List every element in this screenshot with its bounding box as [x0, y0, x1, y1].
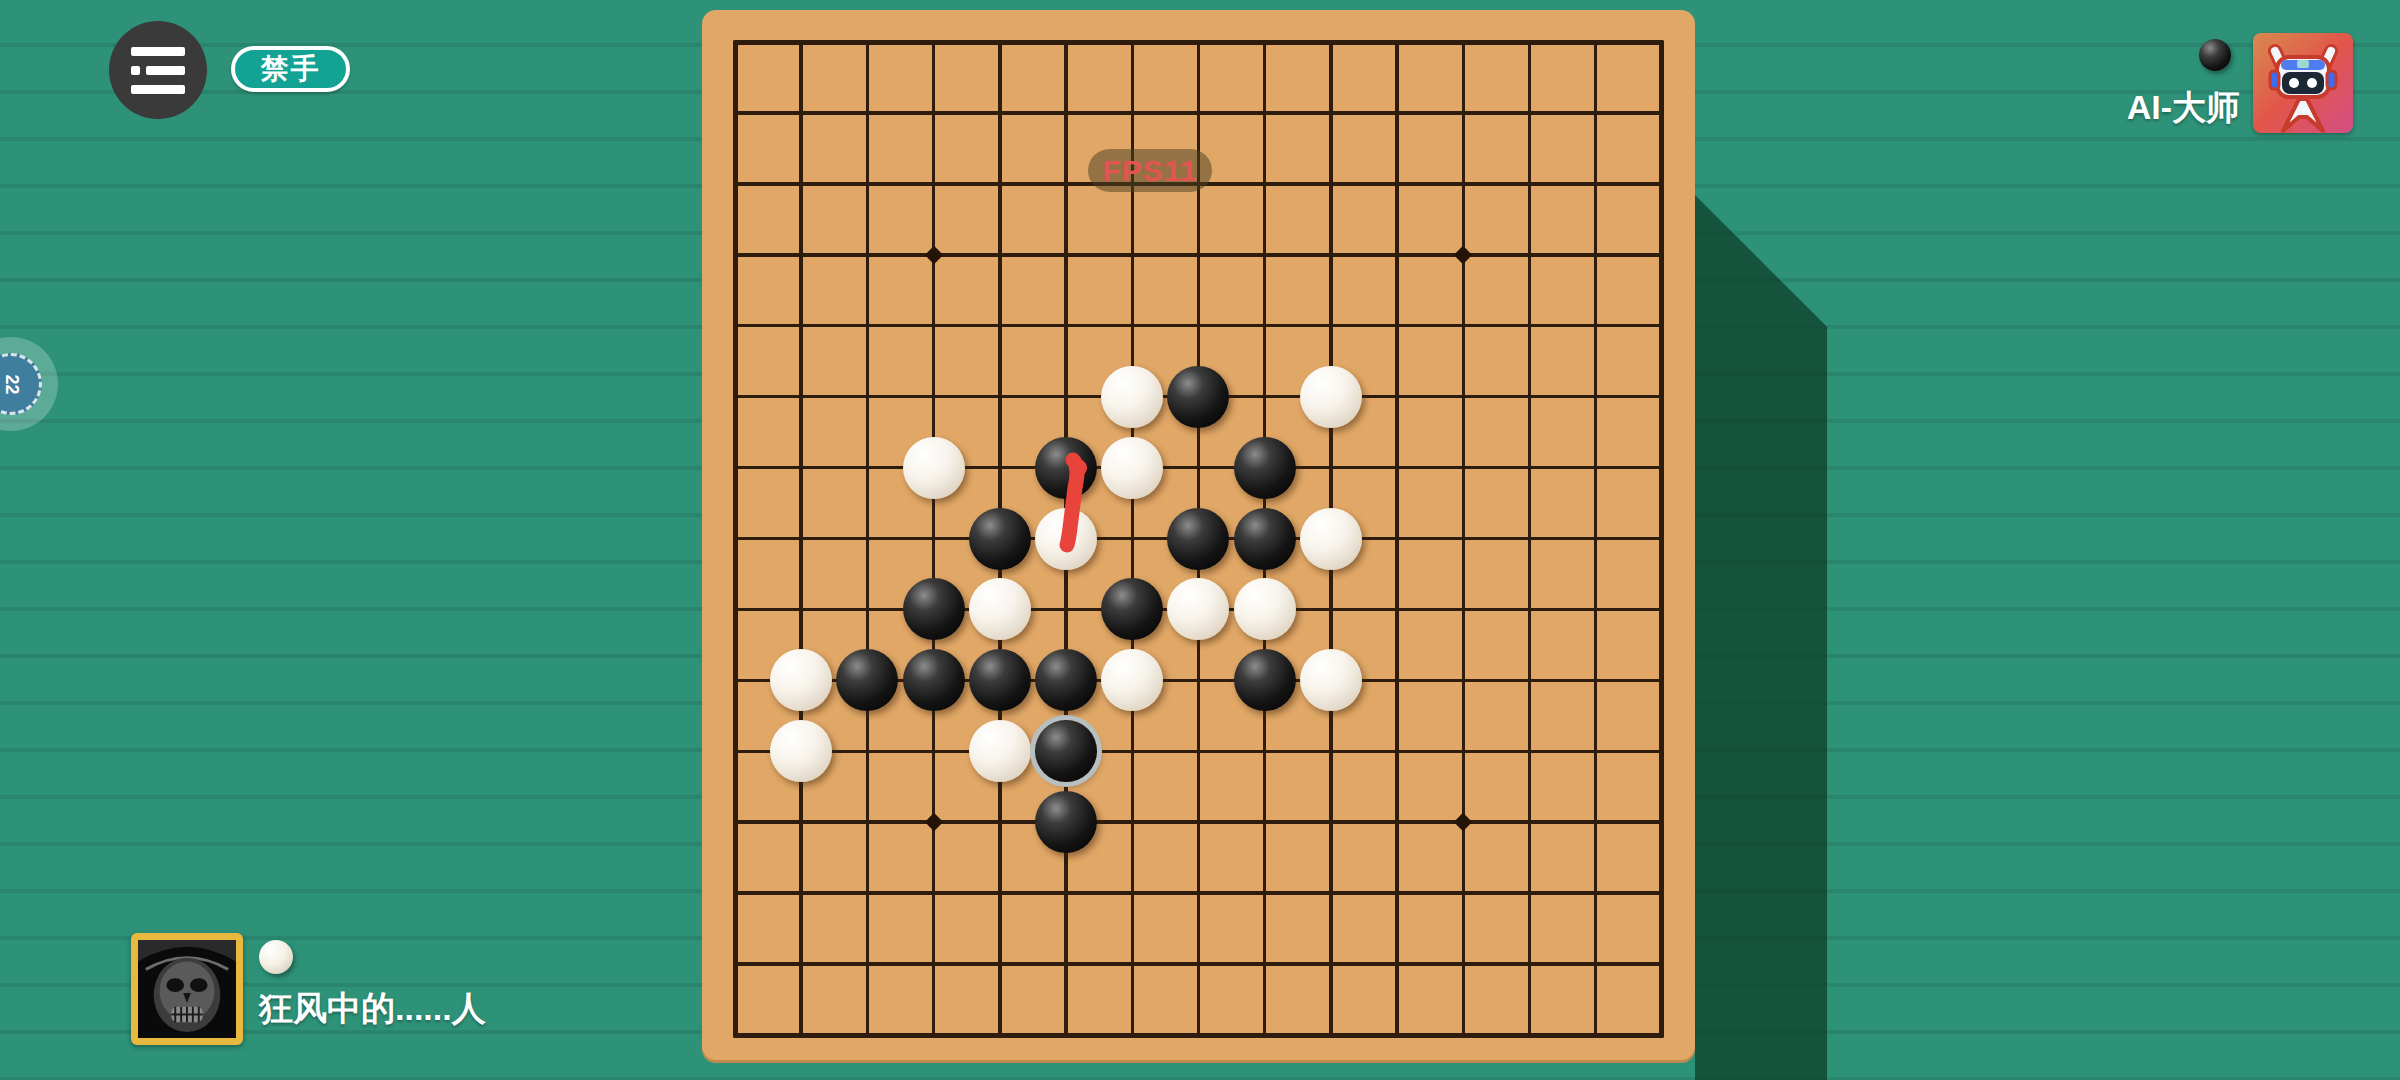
star-point — [924, 813, 942, 831]
grid-line-vertical — [1462, 40, 1466, 1038]
stone-white — [1300, 366, 1362, 428]
player-info: 狂风中的......人 — [131, 933, 486, 1045]
side-drawer-label: 22 — [1, 374, 22, 394]
robot-avatar[interactable] — [2253, 33, 2353, 133]
star-point — [924, 246, 942, 264]
grid-line-vertical — [1528, 40, 1532, 1038]
stone-black — [1035, 720, 1097, 782]
grid-line-horizontal — [733, 1033, 1665, 1038]
stone-white — [1300, 649, 1362, 711]
stone-black — [1101, 578, 1163, 640]
opponent-name: AI-大师 — [2127, 85, 2240, 131]
stone-white — [1101, 437, 1163, 499]
side-drawer-button[interactable]: 22 — [0, 337, 58, 431]
skull-avatar[interactable] — [131, 933, 243, 1045]
stone-black — [1167, 366, 1229, 428]
stone-white — [1167, 578, 1229, 640]
grid-line-vertical — [1594, 40, 1598, 1038]
stone-white — [1101, 649, 1163, 711]
star-point — [1454, 813, 1472, 831]
stone-white — [903, 437, 965, 499]
stone-white — [770, 649, 832, 711]
hamburger-icon — [131, 47, 185, 56]
grid-line-vertical — [1395, 40, 1399, 1038]
stone-black — [969, 649, 1031, 711]
stone-black — [1035, 649, 1097, 711]
fps-counter-value: FPS11 — [1102, 154, 1197, 188]
game-screen: FPS11 禁手 22 AI-大师 — [0, 0, 2400, 1080]
opponent-info: AI-大师 — [2127, 33, 2353, 133]
grid-line-horizontal — [733, 962, 1665, 966]
fps-counter: FPS11 — [1088, 149, 1212, 192]
stone-white — [770, 720, 832, 782]
stone-black — [1167, 508, 1229, 570]
star-point — [1454, 246, 1472, 264]
hamburger-dot — [131, 66, 140, 75]
stone-white — [1035, 508, 1097, 570]
stone-white — [1234, 578, 1296, 640]
player-name: 狂风中的......人 — [259, 986, 486, 1032]
stone-black — [1035, 791, 1097, 853]
forbidden-move-rule-badge[interactable]: 禁手 — [231, 46, 350, 92]
stone-black — [836, 649, 898, 711]
white-stone-icon — [259, 940, 293, 974]
stone-white — [969, 578, 1031, 640]
stone-black — [903, 578, 965, 640]
stone-white — [969, 720, 1031, 782]
stone-black — [969, 508, 1031, 570]
rule-badge-label: 禁手 — [261, 50, 321, 88]
board-drop-shadow — [1695, 195, 1827, 1080]
side-drawer-inner: 22 — [0, 353, 42, 415]
grid-line-horizontal — [733, 891, 1665, 895]
grid-line-horizontal — [733, 750, 1665, 754]
stone-black — [1035, 437, 1097, 499]
stone-black — [1234, 649, 1296, 711]
black-stone-icon — [2199, 39, 2231, 71]
stone-black — [1234, 437, 1296, 499]
stone-white — [1300, 508, 1362, 570]
menu-button[interactable] — [109, 21, 207, 119]
grid-line-vertical — [1659, 40, 1664, 1038]
stone-black — [1234, 508, 1296, 570]
stone-white — [1101, 366, 1163, 428]
grid-line-horizontal — [733, 820, 1665, 824]
stone-black — [903, 649, 965, 711]
